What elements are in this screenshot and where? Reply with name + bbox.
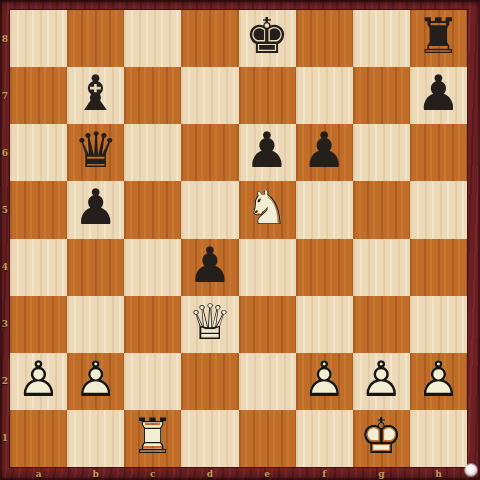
square-h3[interactable] [410, 296, 467, 353]
piece-glyph: ♟ [296, 122, 353, 179]
square-e6[interactable]: ♟ [239, 124, 296, 181]
file-label-h: h [410, 467, 467, 480]
square-f5[interactable] [296, 181, 353, 238]
square-c2[interactable] [124, 353, 181, 410]
piece-glyph: ♛ [67, 122, 124, 179]
square-h7[interactable]: ♟ [410, 67, 467, 124]
piece-glyph: ♜ [410, 8, 467, 65]
square-c1[interactable]: ♜♖ [124, 410, 181, 467]
piece-glyph: ♚ [239, 8, 296, 65]
black-pawn-f6[interactable]: ♟ [296, 124, 353, 181]
rank-label-2: 2 [0, 353, 10, 410]
square-f1[interactable] [296, 410, 353, 467]
black-pawn-d4[interactable]: ♟ [181, 239, 238, 296]
black-pawn-e6[interactable]: ♟ [239, 124, 296, 181]
square-b3[interactable] [67, 296, 124, 353]
piece-outline-glyph: ♙ [67, 351, 124, 408]
square-d1[interactable] [181, 410, 238, 467]
white-pawn-g2[interactable]: ♟♙ [353, 353, 410, 410]
piece-outline-glyph: ♕ [181, 294, 238, 351]
file-label-d: d [181, 467, 238, 480]
square-b4[interactable] [67, 239, 124, 296]
square-h4[interactable] [410, 239, 467, 296]
file-label-c: c [124, 467, 181, 480]
white-queen-d3[interactable]: ♛♕ [181, 296, 238, 353]
square-g1[interactable]: ♚♔ [353, 410, 410, 467]
square-f7[interactable] [296, 67, 353, 124]
square-e1[interactable] [239, 410, 296, 467]
square-c4[interactable] [124, 239, 181, 296]
square-c8[interactable] [124, 10, 181, 67]
piece-outline-glyph: ♘ [239, 179, 296, 236]
square-h6[interactable] [410, 124, 467, 181]
square-e7[interactable] [239, 67, 296, 124]
square-h5[interactable] [410, 181, 467, 238]
square-e5[interactable]: ♞♘ [239, 181, 296, 238]
square-d2[interactable] [181, 353, 238, 410]
file-label-e: e [239, 467, 296, 480]
piece-outline-glyph: ♙ [353, 351, 410, 408]
black-queen-b6[interactable]: ♛ [67, 124, 124, 181]
file-label-f: f [296, 467, 353, 480]
piece-outline-glyph: ♔ [353, 408, 410, 465]
square-b1[interactable] [67, 410, 124, 467]
square-a8[interactable] [10, 10, 67, 67]
white-to-move-indicator [465, 464, 477, 476]
black-rook-h8[interactable]: ♜ [410, 10, 467, 67]
square-g6[interactable] [353, 124, 410, 181]
square-e4[interactable] [239, 239, 296, 296]
piece-glyph: ♟ [410, 65, 467, 122]
black-king-e8[interactable]: ♚ [239, 10, 296, 67]
white-pawn-h2[interactable]: ♟♙ [410, 353, 467, 410]
file-label-g: g [353, 467, 410, 480]
square-g7[interactable] [353, 67, 410, 124]
square-g4[interactable] [353, 239, 410, 296]
square-d3[interactable]: ♛♕ [181, 296, 238, 353]
square-b5[interactable]: ♟ [67, 181, 124, 238]
chess-board: ♚♜♝♟♛♟♟♟♞♘♟♛♕♟♙♟♙♟♙♟♙♟♙♜♖♚♔ [10, 10, 467, 467]
file-label-b: b [67, 467, 124, 480]
rank-label-1: 1 [0, 410, 10, 467]
square-a7[interactable] [10, 67, 67, 124]
file-labels: abcdefgh [10, 467, 467, 480]
black-pawn-b5[interactable]: ♟ [67, 181, 124, 238]
square-f8[interactable] [296, 10, 353, 67]
square-e8[interactable]: ♚ [239, 10, 296, 67]
square-f3[interactable] [296, 296, 353, 353]
piece-outline-glyph: ♙ [296, 351, 353, 408]
square-a5[interactable] [10, 181, 67, 238]
black-pawn-h7[interactable]: ♟ [410, 67, 467, 124]
square-h2[interactable]: ♟♙ [410, 353, 467, 410]
square-d6[interactable] [181, 124, 238, 181]
square-b6[interactable]: ♛ [67, 124, 124, 181]
square-g5[interactable] [353, 181, 410, 238]
square-a1[interactable] [10, 410, 67, 467]
square-h1[interactable] [410, 410, 467, 467]
chess-board-frame: ♚♜♝♟♛♟♟♟♞♘♟♛♕♟♙♟♙♟♙♟♙♟♙♜♖♚♔ 87654321 abc… [0, 0, 480, 480]
square-c3[interactable] [124, 296, 181, 353]
file-label-a: a [10, 467, 67, 480]
rank-label-5: 5 [0, 181, 10, 238]
white-pawn-f2[interactable]: ♟♙ [296, 353, 353, 410]
rank-label-7: 7 [0, 67, 10, 124]
square-e3[interactable] [239, 296, 296, 353]
square-a6[interactable] [10, 124, 67, 181]
square-d4[interactable]: ♟ [181, 239, 238, 296]
rank-label-3: 3 [0, 296, 10, 353]
square-a3[interactable] [10, 296, 67, 353]
piece-glyph: ♝ [67, 65, 124, 122]
square-c7[interactable] [124, 67, 181, 124]
square-d8[interactable] [181, 10, 238, 67]
white-knight-e5[interactable]: ♞♘ [239, 181, 296, 238]
white-pawn-b2[interactable]: ♟♙ [67, 353, 124, 410]
square-c6[interactable] [124, 124, 181, 181]
rank-labels: 87654321 [0, 10, 10, 467]
white-king-g1[interactable]: ♚♔ [353, 410, 410, 467]
square-g2[interactable]: ♟♙ [353, 353, 410, 410]
white-rook-c1[interactable]: ♜♖ [124, 410, 181, 467]
piece-glyph: ♟ [67, 179, 124, 236]
piece-outline-glyph: ♙ [10, 351, 67, 408]
rank-label-4: 4 [0, 239, 10, 296]
square-b7[interactable]: ♝ [67, 67, 124, 124]
square-h8[interactable]: ♜ [410, 10, 467, 67]
white-pawn-a2[interactable]: ♟♙ [10, 353, 67, 410]
square-d7[interactable] [181, 67, 238, 124]
piece-outline-glyph: ♙ [410, 351, 467, 408]
piece-glyph: ♟ [239, 122, 296, 179]
square-e2[interactable] [239, 353, 296, 410]
piece-outline-glyph: ♖ [124, 408, 181, 465]
square-b8[interactable] [67, 10, 124, 67]
square-f2[interactable]: ♟♙ [296, 353, 353, 410]
square-a4[interactable] [10, 239, 67, 296]
piece-glyph: ♟ [181, 237, 238, 294]
black-bishop-b7[interactable]: ♝ [67, 67, 124, 124]
square-f6[interactable]: ♟ [296, 124, 353, 181]
square-d5[interactable] [181, 181, 238, 238]
square-c5[interactable] [124, 181, 181, 238]
square-b2[interactable]: ♟♙ [67, 353, 124, 410]
square-a2[interactable]: ♟♙ [10, 353, 67, 410]
square-g3[interactable] [353, 296, 410, 353]
square-g8[interactable] [353, 10, 410, 67]
rank-label-8: 8 [0, 10, 10, 67]
rank-label-6: 6 [0, 124, 10, 181]
square-f4[interactable] [296, 239, 353, 296]
